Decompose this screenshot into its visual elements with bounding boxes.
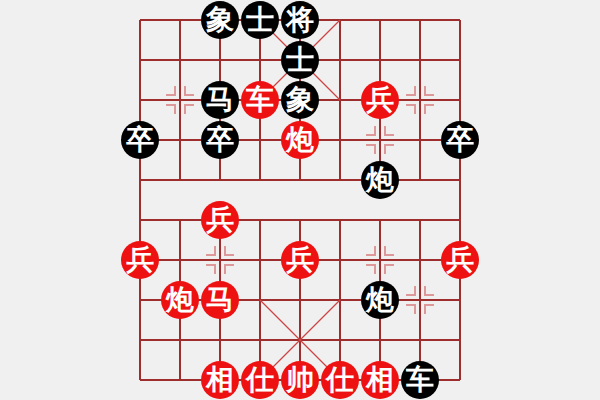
piece-black-chariot[interactable]: 车 (401, 361, 439, 399)
xiangqi-board: 象士将士马车象兵卒卒炮卒炮兵兵兵兵炮马炮相仕帅仕相车 (120, 0, 480, 400)
piece-red-soldier[interactable]: 兵 (281, 241, 319, 279)
piece-black-soldier[interactable]: 卒 (441, 121, 479, 159)
piece-black-soldier[interactable]: 卒 (201, 121, 239, 159)
piece-black-advisor[interactable]: 士 (241, 1, 279, 39)
app-background: 象士将士马车象兵卒卒炮卒炮兵兵兵兵炮马炮相仕帅仕相车 (0, 0, 600, 400)
piece-red-soldier[interactable]: 兵 (201, 201, 239, 239)
piece-black-cannon[interactable]: 炮 (361, 281, 399, 319)
piece-red-elephant[interactable]: 相 (201, 361, 239, 399)
piece-black-cannon[interactable]: 炮 (361, 161, 399, 199)
piece-red-soldier[interactable]: 兵 (441, 241, 479, 279)
piece-black-elephant[interactable]: 象 (281, 81, 319, 119)
screenshot-root: { "game": "xiangqi", "board": { "columns… (0, 0, 600, 400)
piece-black-elephant[interactable]: 象 (201, 1, 239, 39)
piece-red-advisor[interactable]: 仕 (241, 361, 279, 399)
piece-red-soldier[interactable]: 兵 (361, 81, 399, 119)
piece-black-soldier[interactable]: 卒 (121, 121, 159, 159)
piece-red-horse[interactable]: 马 (201, 281, 239, 319)
piece-layer: 象士将士马车象兵卒卒炮卒炮兵兵兵兵炮马炮相仕帅仕相车 (120, 0, 480, 400)
piece-red-soldier[interactable]: 兵 (121, 241, 159, 279)
piece-red-cannon[interactable]: 炮 (161, 281, 199, 319)
piece-red-chariot[interactable]: 车 (241, 81, 279, 119)
piece-red-cannon[interactable]: 炮 (281, 121, 319, 159)
piece-black-advisor[interactable]: 士 (281, 41, 319, 79)
piece-red-advisor[interactable]: 仕 (321, 361, 359, 399)
piece-red-general[interactable]: 帅 (281, 361, 319, 399)
piece-black-general[interactable]: 将 (281, 1, 319, 39)
piece-black-horse[interactable]: 马 (201, 81, 239, 119)
piece-red-elephant[interactable]: 相 (361, 361, 399, 399)
